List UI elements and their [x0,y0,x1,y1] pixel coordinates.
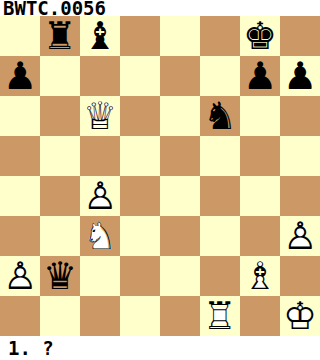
square-a7[interactable]: ♟ [0,56,40,96]
white-pawn-fill: ♟ [80,176,120,216]
square-f1[interactable]: ♜♖ [200,296,240,336]
square-g7[interactable]: ♟ [240,56,280,96]
black-queen: ♛ [40,256,80,296]
square-c6[interactable]: ♛♕ [80,96,120,136]
square-d7[interactable] [120,56,160,96]
square-e1[interactable] [160,296,200,336]
square-c8[interactable]: ♝ [80,16,120,56]
square-e8[interactable] [160,16,200,56]
square-e2[interactable] [160,256,200,296]
white-bishop-fill: ♝ [240,256,280,296]
square-a5[interactable] [0,136,40,176]
black-pawn: ♟ [280,56,320,96]
square-h4[interactable] [280,176,320,216]
square-b2[interactable]: ♛ [40,256,80,296]
white-rook-fill: ♜ [200,296,240,336]
square-a6[interactable] [0,96,40,136]
chess-problem-viewer: BWTC.0056 ♜♝♚♟♟♟♛♕♞♟♙♞♘♟♙♟♙♛♝♗♜♖♚♔ 1. ? [0,0,320,360]
black-knight: ♞ [200,96,240,136]
square-d8[interactable] [120,16,160,56]
white-knight-fill: ♞ [80,216,120,256]
white-pawn: ♙ [0,256,40,296]
square-h7[interactable]: ♟ [280,56,320,96]
square-d2[interactable] [120,256,160,296]
square-g5[interactable] [240,136,280,176]
white-queen-fill: ♛ [80,96,120,136]
square-h5[interactable] [280,136,320,176]
square-c7[interactable] [80,56,120,96]
square-a2[interactable]: ♟♙ [0,256,40,296]
square-h6[interactable] [280,96,320,136]
move-prompt: 1. ? [8,338,54,358]
square-d1[interactable] [120,296,160,336]
white-pawn-fill: ♟ [0,256,40,296]
white-knight: ♘ [80,216,120,256]
black-rook: ♜ [40,16,80,56]
square-h8[interactable] [280,16,320,56]
white-queen: ♕ [80,96,120,136]
square-e5[interactable] [160,136,200,176]
square-b6[interactable] [40,96,80,136]
square-b5[interactable] [40,136,80,176]
square-c3[interactable]: ♞♘ [80,216,120,256]
square-d4[interactable] [120,176,160,216]
square-g2[interactable]: ♝♗ [240,256,280,296]
white-king-fill: ♚ [280,296,320,336]
square-g3[interactable] [240,216,280,256]
square-d6[interactable] [120,96,160,136]
square-b4[interactable] [40,176,80,216]
square-g1[interactable] [240,296,280,336]
white-rook: ♖ [200,296,240,336]
square-a4[interactable] [0,176,40,216]
square-e6[interactable] [160,96,200,136]
white-pawn: ♙ [80,176,120,216]
square-b3[interactable] [40,216,80,256]
square-f2[interactable] [200,256,240,296]
square-h3[interactable]: ♟♙ [280,216,320,256]
white-pawn: ♙ [280,216,320,256]
square-e3[interactable] [160,216,200,256]
square-f8[interactable] [200,16,240,56]
white-bishop: ♗ [240,256,280,296]
square-g6[interactable] [240,96,280,136]
square-e4[interactable] [160,176,200,216]
black-king: ♚ [240,16,280,56]
square-c2[interactable] [80,256,120,296]
black-pawn: ♟ [240,56,280,96]
square-d5[interactable] [120,136,160,176]
square-f5[interactable] [200,136,240,176]
square-h1[interactable]: ♚♔ [280,296,320,336]
square-h2[interactable] [280,256,320,296]
square-a8[interactable] [0,16,40,56]
black-pawn: ♟ [0,56,40,96]
square-b7[interactable] [40,56,80,96]
white-pawn-fill: ♟ [280,216,320,256]
square-b1[interactable] [40,296,80,336]
square-a3[interactable] [0,216,40,256]
square-g4[interactable] [240,176,280,216]
square-g8[interactable]: ♚ [240,16,280,56]
square-a1[interactable] [0,296,40,336]
black-bishop: ♝ [80,16,120,56]
square-b8[interactable]: ♜ [40,16,80,56]
square-e7[interactable] [160,56,200,96]
square-f6[interactable]: ♞ [200,96,240,136]
problem-title: BWTC.0056 [3,0,106,16]
square-c5[interactable] [80,136,120,176]
square-c1[interactable] [80,296,120,336]
square-f7[interactable] [200,56,240,96]
square-d3[interactable] [120,216,160,256]
square-f3[interactable] [200,216,240,256]
square-f4[interactable] [200,176,240,216]
white-king: ♔ [280,296,320,336]
square-c4[interactable]: ♟♙ [80,176,120,216]
chess-board: ♜♝♚♟♟♟♛♕♞♟♙♞♘♟♙♟♙♛♝♗♜♖♚♔ [0,16,320,336]
